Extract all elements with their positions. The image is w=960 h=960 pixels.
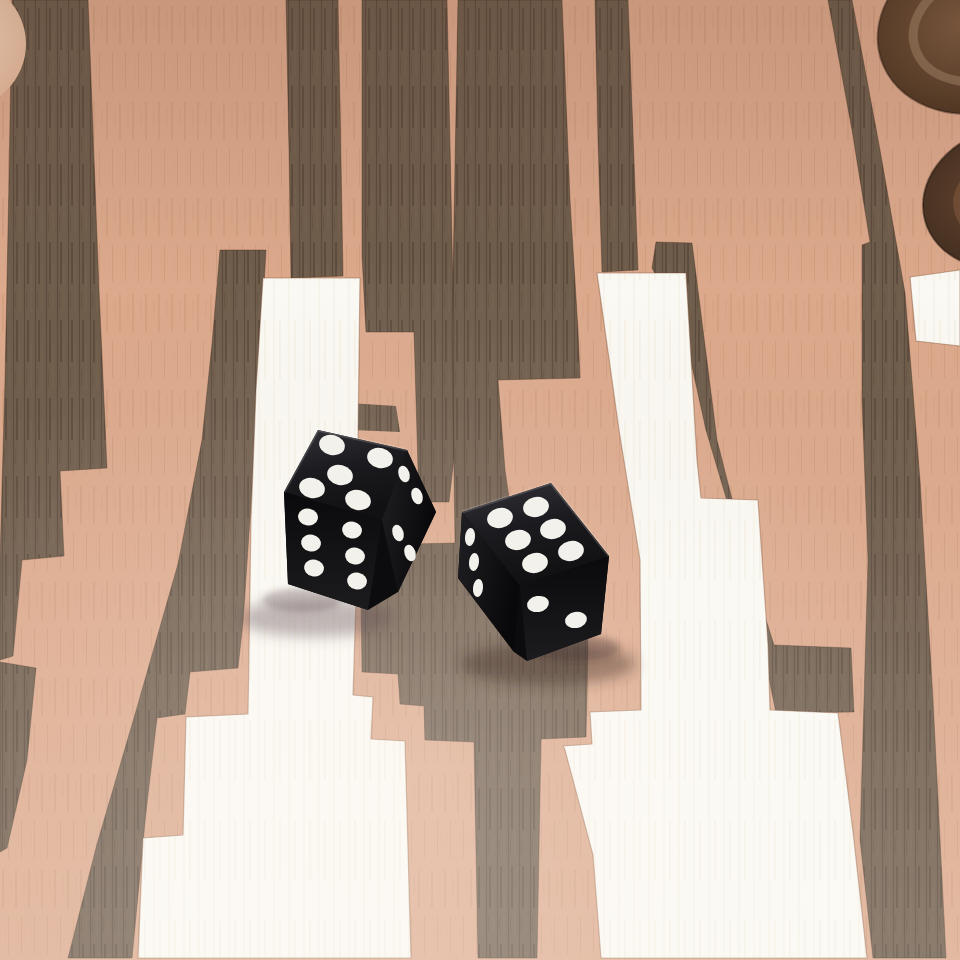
board-photo [0, 0, 960, 960]
glow-overlay [0, 0, 960, 960]
backgammon-board [0, 0, 960, 960]
